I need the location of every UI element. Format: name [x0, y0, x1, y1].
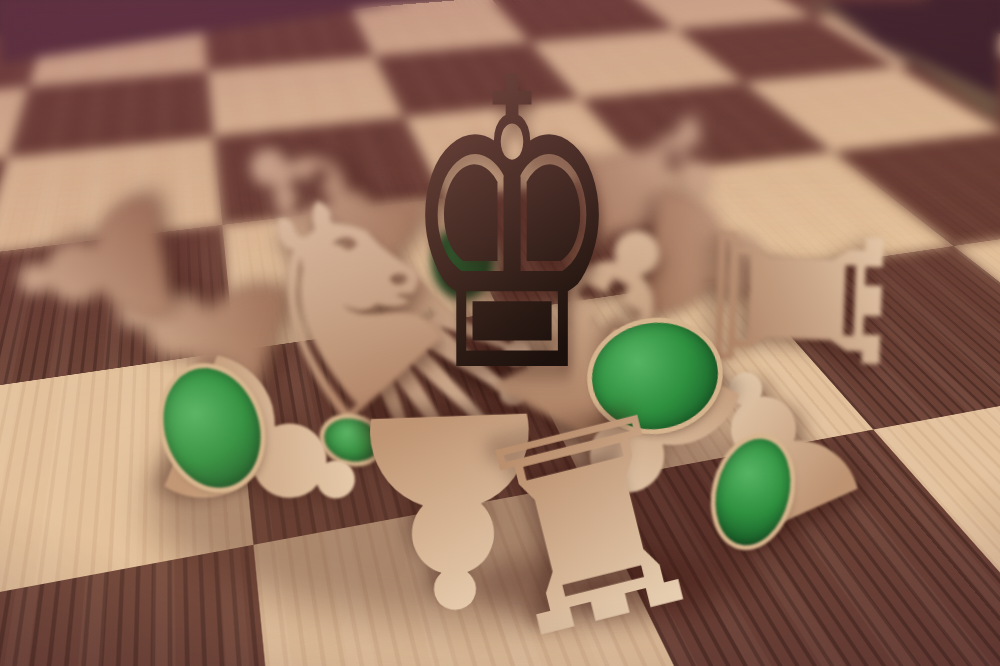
black-king-upright: ♚	[401, 28, 623, 428]
chess-pieces-layer: ♜♝♟♟♟♛♝♜♞♟♟♟♟♜♚	[0, 0, 1000, 666]
chess-photo-scene: ♜♝♟♟♟♛♝♜♞♟♟♟♟♜♚	[0, 0, 1000, 666]
